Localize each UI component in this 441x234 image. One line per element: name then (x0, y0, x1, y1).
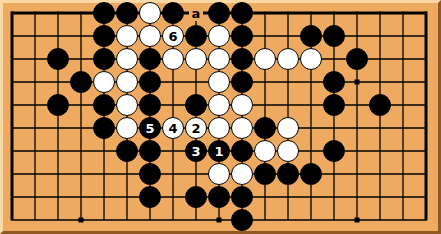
black-stone (47, 94, 69, 116)
black-stone (277, 163, 299, 185)
white-stone (208, 163, 230, 185)
white-stone (116, 25, 138, 47)
move-number-stone: 1 (208, 140, 230, 162)
black-stone (162, 2, 184, 24)
white-stone (208, 117, 230, 139)
star-point (355, 218, 360, 223)
white-stone (116, 94, 138, 116)
black-stone (208, 186, 230, 208)
black-stone (139, 71, 161, 93)
black-stone (116, 2, 138, 24)
white-stone (208, 94, 230, 116)
go-board: 654231a (0, 0, 441, 234)
star-point (217, 218, 222, 223)
move-number-stone: 3 (185, 140, 207, 162)
black-stone (231, 71, 253, 93)
black-stone (208, 2, 230, 24)
black-stone (369, 94, 391, 116)
black-stone (254, 163, 276, 185)
white-stone (277, 140, 299, 162)
white-stone (231, 163, 253, 185)
move-number-stone: 2 (185, 117, 207, 139)
black-stone (139, 163, 161, 185)
white-stone (162, 48, 184, 70)
star-point (355, 80, 360, 85)
white-stone (116, 117, 138, 139)
black-stone (185, 186, 207, 208)
black-stone (93, 25, 115, 47)
white-stone (254, 140, 276, 162)
black-stone (323, 140, 345, 162)
white-stone (277, 48, 299, 70)
black-stone (185, 25, 207, 47)
black-stone (185, 94, 207, 116)
go-diagram-screenshot: 654231a (0, 0, 441, 234)
white-stone (231, 117, 253, 139)
black-stone (116, 140, 138, 162)
white-stone (93, 71, 115, 93)
white-stone (139, 2, 161, 24)
white-stone (208, 48, 230, 70)
white-stone (231, 94, 253, 116)
black-stone (346, 48, 368, 70)
black-stone (139, 186, 161, 208)
star-point (79, 218, 84, 223)
black-stone (139, 140, 161, 162)
white-stone (277, 117, 299, 139)
black-stone (139, 48, 161, 70)
black-stone (231, 25, 253, 47)
black-stone (231, 2, 253, 24)
black-stone (323, 71, 345, 93)
white-stone (116, 48, 138, 70)
black-stone (139, 94, 161, 116)
black-stone (93, 94, 115, 116)
black-stone (93, 117, 115, 139)
white-stone (116, 71, 138, 93)
white-stone (208, 25, 230, 47)
white-stone (254, 48, 276, 70)
black-stone (231, 140, 253, 162)
move-number-stone: 4 (162, 117, 184, 139)
point-label-a: a (189, 5, 203, 21)
move-number-stone: 6 (162, 25, 184, 47)
black-stone (323, 94, 345, 116)
black-stone (300, 25, 322, 47)
white-stone (208, 71, 230, 93)
black-stone (231, 186, 253, 208)
black-stone (93, 48, 115, 70)
move-number-stone: 5 (139, 117, 161, 139)
white-stone (185, 48, 207, 70)
black-stone (300, 163, 322, 185)
white-stone (300, 48, 322, 70)
black-stone (70, 71, 92, 93)
black-stone (231, 209, 253, 231)
black-stone (47, 48, 69, 70)
black-stone (254, 117, 276, 139)
black-stone (323, 25, 345, 47)
black-stone (93, 2, 115, 24)
white-stone (139, 25, 161, 47)
black-stone (231, 48, 253, 70)
